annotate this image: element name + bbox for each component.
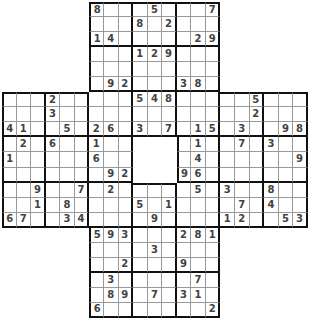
cell-r15c1: 6 [2, 213, 17, 228]
cell-r8c5[interactable] [60, 107, 75, 122]
cell-r15c18[interactable] [250, 213, 265, 228]
cell-r7c18: 5 [250, 92, 265, 107]
cell-r10c9[interactable] [119, 137, 134, 152]
cell-r7c12: 8 [162, 92, 177, 107]
cell-r15c4[interactable] [46, 213, 61, 228]
cell-r11c5[interactable] [60, 152, 75, 167]
cell-r13c18[interactable] [250, 183, 265, 198]
cell-r3c7: 1 [89, 32, 104, 47]
cell-r20c13: 3 [177, 288, 192, 303]
cell-r19c11[interactable] [148, 273, 163, 288]
cell-r20c14: 1 [191, 288, 206, 303]
cell-r15c8[interactable] [104, 213, 119, 228]
cell-r10c5[interactable] [60, 137, 75, 152]
cell-r17c13[interactable] [177, 243, 192, 258]
cell-r14c12: 1 [162, 198, 177, 213]
cell-r21c8[interactable] [104, 303, 119, 318]
cell-r13c8: 2 [104, 183, 119, 198]
cell-r1c13[interactable] [177, 2, 192, 17]
cell-r11c16[interactable] [220, 152, 235, 167]
cell-r4c10: 1 [133, 47, 148, 62]
cell-r8c6[interactable] [75, 107, 90, 122]
cell-r2c13[interactable] [177, 17, 192, 32]
cell-r12c1[interactable] [2, 168, 17, 183]
cell-r8c8[interactable] [104, 107, 119, 122]
cell-r13c10[interactable] [133, 183, 148, 198]
cell-r2c14[interactable] [191, 17, 206, 32]
cell-r11c18[interactable] [250, 152, 265, 167]
cell-r15c5: 3 [60, 213, 75, 228]
cell-r13c2[interactable] [17, 183, 32, 198]
cell-r17c8[interactable] [104, 243, 119, 258]
cell-r7c21[interactable] [293, 92, 308, 107]
cell-r1c11: 5 [148, 2, 163, 17]
cell-r9c18[interactable] [250, 122, 265, 137]
cell-r11c6[interactable] [75, 152, 90, 167]
cell-r8c15[interactable] [206, 107, 221, 122]
cell-r11c14: 4 [191, 152, 206, 167]
cell-r16c12[interactable] [162, 228, 177, 243]
cell-r9c4[interactable] [46, 122, 61, 137]
cell-r14c13[interactable] [177, 198, 192, 213]
cell-r16c13: 2 [177, 228, 192, 243]
cell-r9c13[interactable] [177, 122, 192, 137]
cell-r12c16[interactable] [220, 168, 235, 183]
cell-r9c21: 8 [293, 122, 308, 137]
cell-r8c2[interactable] [17, 107, 32, 122]
cell-r8c13[interactable] [177, 107, 192, 122]
cell-r12c7[interactable] [89, 168, 104, 183]
cell-r11c20[interactable] [279, 152, 294, 167]
cell-r9c6[interactable] [75, 122, 90, 137]
cell-r10c3[interactable] [31, 137, 46, 152]
cell-r5c8[interactable] [104, 62, 119, 77]
cell-r13c12[interactable] [162, 183, 177, 198]
cell-r11c2[interactable] [17, 152, 32, 167]
cell-r20c12[interactable] [162, 288, 177, 303]
cell-r7c8[interactable] [104, 92, 119, 107]
cell-r8c10[interactable] [133, 107, 148, 122]
cell-r14c17: 7 [235, 198, 250, 213]
cell-r14c1[interactable] [2, 198, 17, 213]
cell-r10c2: 2 [17, 137, 32, 152]
cell-r4c11: 2 [148, 47, 163, 62]
cell-r13c20[interactable] [279, 183, 294, 198]
cell-r10c14: 1 [191, 137, 206, 152]
cell-r5c15[interactable] [206, 62, 221, 77]
cell-r19c9[interactable] [119, 273, 134, 288]
cell-r3c11[interactable] [148, 32, 163, 47]
cell-r21c9[interactable] [119, 303, 134, 318]
cell-r2c8[interactable] [104, 17, 119, 32]
cell-r19c12[interactable] [162, 273, 177, 288]
cell-r3c9[interactable] [119, 32, 134, 47]
cell-r1c15: 7 [206, 2, 221, 17]
cell-r12c15[interactable] [206, 168, 221, 183]
cell-r10c20[interactable] [279, 137, 294, 152]
cell-r9c1: 4 [2, 122, 17, 137]
cell-r16c11[interactable] [148, 228, 163, 243]
cell-r20c11: 7 [148, 288, 163, 303]
cell-r15c12[interactable] [162, 213, 177, 228]
cell-r6c7[interactable] [89, 77, 104, 92]
cell-r8c4: 3 [46, 107, 61, 122]
cell-r6c9: 2 [119, 77, 134, 92]
cell-r7c3[interactable] [31, 92, 46, 107]
cell-r13c4[interactable] [46, 183, 61, 198]
cell-r11c19[interactable] [264, 152, 279, 167]
cell-r17c10[interactable] [133, 243, 148, 258]
cell-r5c7[interactable] [89, 62, 104, 77]
cell-r13c1[interactable] [2, 183, 17, 198]
cell-r7c17[interactable] [235, 92, 250, 107]
cell-r8c18: 2 [250, 107, 265, 122]
cell-r15c3[interactable] [31, 213, 46, 228]
cell-r13c15[interactable] [206, 183, 221, 198]
cell-r14c8[interactable] [104, 198, 119, 213]
cell-r14c4[interactable] [46, 198, 61, 213]
cell-r18c11[interactable] [148, 258, 163, 273]
cell-r15c6: 4 [75, 213, 90, 228]
cell-r21c14[interactable] [191, 303, 206, 318]
cell-r8c12[interactable] [162, 107, 177, 122]
cell-r11c8[interactable] [104, 152, 119, 167]
cell-r12c17[interactable] [235, 168, 250, 183]
cell-r6c15[interactable] [206, 77, 221, 92]
cell-r12c14: 6 [191, 168, 206, 183]
cell-r18c7[interactable] [89, 258, 104, 273]
cell-r9c14: 1 [191, 122, 206, 137]
cell-r7c13[interactable] [177, 92, 192, 107]
cell-r9c16[interactable] [220, 122, 235, 137]
cell-r5c11[interactable] [148, 62, 163, 77]
cell-r2c7[interactable] [89, 17, 104, 32]
cell-r12c9: 2 [119, 168, 134, 183]
cell-r14c9[interactable] [119, 198, 134, 213]
cell-r14c16[interactable] [220, 198, 235, 213]
cell-r13c17[interactable] [235, 183, 250, 198]
cell-r8c1[interactable] [2, 107, 17, 122]
cell-r1c10[interactable] [133, 2, 148, 17]
cell-r13c14: 5 [191, 183, 206, 198]
cell-r6c8: 9 [104, 77, 119, 92]
cell-r14c2[interactable] [17, 198, 32, 213]
cell-r20c8: 8 [104, 288, 119, 303]
cell-r12c5[interactable] [60, 168, 75, 183]
cell-r11c3[interactable] [31, 152, 46, 167]
cell-r9c3[interactable] [31, 122, 46, 137]
cell-r9c5: 5 [60, 122, 75, 137]
cell-r13c11[interactable] [148, 183, 163, 198]
cell-r18c12[interactable] [162, 258, 177, 273]
cell-r12c3[interactable] [31, 168, 46, 183]
cell-r12c19[interactable] [264, 168, 279, 183]
cell-r13c5[interactable] [60, 183, 75, 198]
cell-r6c10[interactable] [133, 77, 148, 92]
cell-r10c8[interactable] [104, 137, 119, 152]
cell-r10c18[interactable] [250, 137, 265, 152]
cell-r4c13[interactable] [177, 47, 192, 62]
cell-r12c13: 9 [177, 168, 192, 183]
cell-r3c13[interactable] [177, 32, 192, 47]
cell-r10c1[interactable] [2, 137, 17, 152]
cell-r3c10[interactable] [133, 32, 148, 47]
cell-r16c9: 3 [119, 228, 134, 243]
cell-r7c10: 5 [133, 92, 148, 107]
cell-r5c13[interactable] [177, 62, 192, 77]
cell-r19c13[interactable] [177, 273, 192, 288]
cell-r14c19: 4 [264, 198, 279, 213]
cell-r13c16: 3 [220, 183, 235, 198]
cell-r6c11[interactable] [148, 77, 163, 92]
cell-r16c15: 1 [206, 228, 221, 243]
cell-r4c7[interactable] [89, 47, 104, 62]
cell-r21c10[interactable] [133, 303, 148, 318]
cell-r15c7[interactable] [89, 213, 104, 228]
cell-r12c8: 9 [104, 168, 119, 183]
cell-r5c12[interactable] [162, 62, 177, 77]
cell-r18c14[interactable] [191, 258, 206, 273]
cell-r19c14: 7 [191, 273, 206, 288]
cell-r13c19: 8 [264, 183, 279, 198]
cell-r13c3: 9 [31, 183, 46, 198]
cell-r14c5: 8 [60, 198, 75, 213]
cell-r7c9[interactable] [119, 92, 134, 107]
cell-r11c13[interactable] [177, 152, 192, 167]
cell-r11c17[interactable] [235, 152, 250, 167]
cell-r9c9[interactable] [119, 122, 134, 137]
cell-r12c20[interactable] [279, 168, 294, 183]
page: 8578214291299238254853241526371539826117… [0, 0, 309, 320]
cell-r8c3[interactable] [31, 107, 46, 122]
cell-r16c10[interactable] [133, 228, 148, 243]
cell-r8c7[interactable] [89, 107, 104, 122]
cell-r15c17: 2 [235, 213, 250, 228]
cell-r9c2: 1 [17, 122, 32, 137]
cell-r21c12[interactable] [162, 303, 177, 318]
cell-r14c20[interactable] [279, 198, 294, 213]
cell-r5c10[interactable] [133, 62, 148, 77]
cell-r21c7: 6 [89, 303, 104, 318]
cell-r14c10: 5 [133, 198, 148, 213]
cell-r20c9: 9 [119, 288, 134, 303]
cell-r8c11[interactable] [148, 107, 163, 122]
cell-r11c1: 1 [2, 152, 17, 167]
cell-r13c6: 7 [75, 183, 90, 198]
cell-r9c11[interactable] [148, 122, 163, 137]
cell-r4c14[interactable] [191, 47, 206, 62]
cell-r10c4: 6 [46, 137, 61, 152]
cell-r7c11: 4 [148, 92, 163, 107]
cell-r18c15[interactable] [206, 258, 221, 273]
cell-r19c7[interactable] [89, 273, 104, 288]
cell-r8c9[interactable] [119, 107, 134, 122]
cell-r11c21: 9 [293, 152, 308, 167]
cell-r7c16[interactable] [220, 92, 235, 107]
cell-r14c21[interactable] [293, 198, 308, 213]
cell-r1c7: 8 [89, 2, 104, 17]
cell-r20c7[interactable] [89, 288, 104, 303]
cell-r15c2: 7 [17, 213, 32, 228]
cell-r7c5[interactable] [60, 92, 75, 107]
cell-r20c15[interactable] [206, 288, 221, 303]
samurai-sudoku-board: 8578214291299238254853241526371539826117… [2, 2, 309, 318]
cell-r14c15[interactable] [206, 198, 221, 213]
cell-r6c13: 3 [177, 77, 192, 92]
cell-r10c7: 1 [89, 137, 104, 152]
cell-r9c10: 3 [133, 122, 148, 137]
cell-r16c7: 5 [89, 228, 104, 243]
cell-r17c15[interactable] [206, 243, 221, 258]
cell-r21c11[interactable] [148, 303, 163, 318]
cell-r3c12[interactable] [162, 32, 177, 47]
cell-r15c21: 3 [293, 213, 308, 228]
cell-r9c15: 5 [206, 122, 221, 137]
cell-r2c11[interactable] [148, 17, 163, 32]
cell-r17c12[interactable] [162, 243, 177, 258]
cell-r18c9: 2 [119, 258, 134, 273]
cell-r18c10[interactable] [133, 258, 148, 273]
cell-r7c2[interactable] [17, 92, 32, 107]
cell-r10c16[interactable] [220, 137, 235, 152]
cell-r13c7[interactable] [89, 183, 104, 198]
cell-r4c12: 9 [162, 47, 177, 62]
cell-r17c11: 3 [148, 243, 163, 258]
cell-r15c14[interactable] [191, 213, 206, 228]
cell-r15c15[interactable] [206, 213, 221, 228]
cell-r9c8: 6 [104, 122, 119, 137]
cell-r2c12: 2 [162, 17, 177, 32]
cell-r13c9[interactable] [119, 183, 134, 198]
cell-r7c1[interactable] [2, 92, 17, 107]
cell-r7c14[interactable] [191, 92, 206, 107]
cell-r11c9[interactable] [119, 152, 134, 167]
cell-r15c10[interactable] [133, 213, 148, 228]
cell-r12c6[interactable] [75, 168, 90, 183]
cell-r14c14[interactable] [191, 198, 206, 213]
cell-r15c20: 5 [279, 213, 294, 228]
cell-r15c13[interactable] [177, 213, 192, 228]
cell-r9c7: 2 [89, 122, 104, 137]
cell-r7c15[interactable] [206, 92, 221, 107]
cell-r1c8[interactable] [104, 2, 119, 17]
cell-r15c9[interactable] [119, 213, 134, 228]
cell-r1c9[interactable] [119, 2, 134, 17]
cell-r12c21[interactable] [293, 168, 308, 183]
cell-r11c7: 6 [89, 152, 104, 167]
cell-r8c20[interactable] [279, 107, 294, 122]
cell-r1c12[interactable] [162, 2, 177, 17]
cell-r14c7[interactable] [89, 198, 104, 213]
cell-r4c9[interactable] [119, 47, 134, 62]
cell-r19c15[interactable] [206, 273, 221, 288]
cell-r8c17[interactable] [235, 107, 250, 122]
cell-r21c13[interactable] [177, 303, 192, 318]
cell-r16c14: 8 [191, 228, 206, 243]
cell-r14c3: 1 [31, 198, 46, 213]
cell-r11c4[interactable] [46, 152, 61, 167]
cell-r10c6[interactable] [75, 137, 90, 152]
cell-r7c20[interactable] [279, 92, 294, 107]
cell-r18c8[interactable] [104, 258, 119, 273]
cell-r8c19[interactable] [264, 107, 279, 122]
cell-r7c4: 2 [46, 92, 61, 107]
cell-r9c12: 7 [162, 122, 177, 137]
cell-r4c15[interactable] [206, 47, 221, 62]
cell-r8c16[interactable] [220, 107, 235, 122]
cell-r6c12[interactable] [162, 77, 177, 92]
cell-r13c21[interactable] [293, 183, 308, 198]
cell-r7c6[interactable] [75, 92, 90, 107]
cell-r10c15[interactable] [206, 137, 221, 152]
cell-r19c8: 3 [104, 273, 119, 288]
cell-r5c14[interactable] [191, 62, 206, 77]
cell-r15c19[interactable] [264, 213, 279, 228]
cell-r11c15[interactable] [206, 152, 221, 167]
cell-r6c14: 8 [191, 77, 206, 92]
cell-r7c19[interactable] [264, 92, 279, 107]
cell-r2c10: 8 [133, 17, 148, 32]
cell-r12c2[interactable] [17, 168, 32, 183]
cell-r17c14[interactable] [191, 243, 206, 258]
cell-r7c7[interactable] [89, 92, 104, 107]
cell-r14c11[interactable] [148, 198, 163, 213]
cell-r9c17: 3 [235, 122, 250, 137]
cell-r10c13[interactable] [177, 137, 192, 152]
cell-r9c19[interactable] [264, 122, 279, 137]
cell-r8c21[interactable] [293, 107, 308, 122]
cell-r20c10[interactable] [133, 288, 148, 303]
cell-r9c20: 9 [279, 122, 294, 137]
cell-r4c8[interactable] [104, 47, 119, 62]
cell-r10c17: 7 [235, 137, 250, 152]
cell-r1c14[interactable] [191, 2, 206, 17]
cell-r2c15[interactable] [206, 17, 221, 32]
cell-r14c18[interactable] [250, 198, 265, 213]
cell-r5c9[interactable] [119, 62, 134, 77]
cell-r19c10[interactable] [133, 273, 148, 288]
cell-r10c21[interactable] [293, 137, 308, 152]
cell-r18c13: 9 [177, 258, 192, 273]
cell-r16c8: 9 [104, 228, 119, 243]
cell-r21c15: 2 [206, 303, 221, 318]
cell-r17c9[interactable] [119, 243, 134, 258]
cell-r13c13[interactable] [177, 183, 192, 198]
cell-r3c14: 2 [191, 32, 206, 47]
cell-r15c11: 9 [148, 213, 163, 228]
cell-r14c6[interactable] [75, 198, 90, 213]
cell-r2c9[interactable] [119, 17, 134, 32]
cell-r17c7[interactable] [89, 243, 104, 258]
cell-r12c4[interactable] [46, 168, 61, 183]
cell-r15c16: 1 [220, 213, 235, 228]
cell-r3c8: 4 [104, 32, 119, 47]
cell-r12c18[interactable] [250, 168, 265, 183]
cell-r3c15: 9 [206, 32, 221, 47]
cell-r10c19: 3 [264, 137, 279, 152]
cell-r8c14[interactable] [191, 107, 206, 122]
